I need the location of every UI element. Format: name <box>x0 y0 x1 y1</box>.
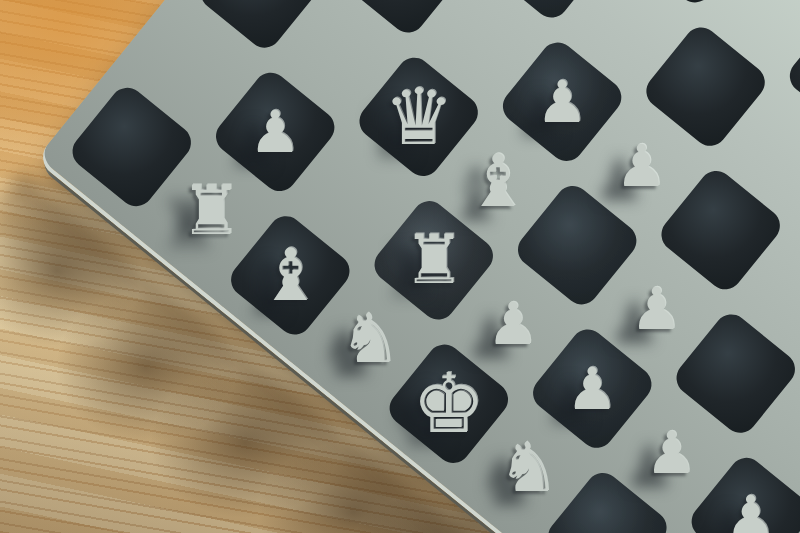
white-pawn-piece: ♟ <box>615 137 667 195</box>
white-pawn-piece: ♟ <box>725 488 777 533</box>
white-pawn-piece: ♟ <box>536 73 588 131</box>
white-queen-piece: ♛ <box>384 78 454 156</box>
white-bishop-piece: ♝ <box>258 239 323 311</box>
white-pawn-piece: ♟ <box>487 295 539 353</box>
white-king-piece: ♚ <box>412 363 486 445</box>
white-rook-piece: ♜ <box>181 177 242 245</box>
white-pawn-piece: ♟ <box>566 360 618 418</box>
white-rook-piece: ♜ <box>403 226 464 294</box>
white-pawn-piece: ♟ <box>249 103 301 161</box>
white-knight-piece: ♞ <box>498 434 559 502</box>
white-knight-piece: ♞ <box>339 306 400 374</box>
white-pawn-piece: ♟ <box>646 424 698 482</box>
white-bishop-piece: ♝ <box>466 145 531 217</box>
white-pawn-piece: ♟ <box>630 280 682 338</box>
photo-stage: ♜♟♝♛♞♜♝♟♚♟♟♞♟♟♟♟ <box>0 0 800 533</box>
